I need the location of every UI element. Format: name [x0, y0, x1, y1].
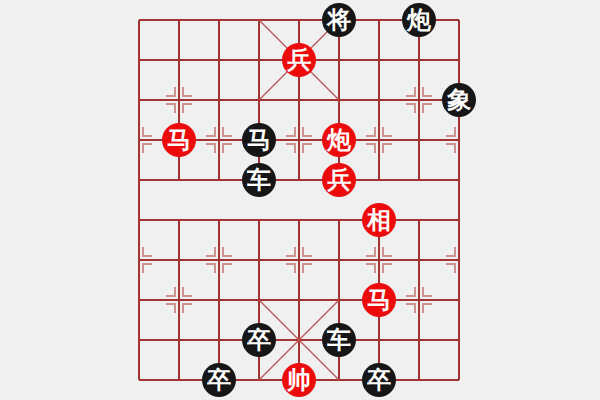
- red-horse-piece[interactable]: 马: [362, 283, 396, 317]
- black-cannon-piece[interactable]: 炮: [402, 3, 436, 37]
- red-soldier-piece[interactable]: 兵: [282, 43, 316, 77]
- black-soldier-piece[interactable]: 卒: [362, 363, 396, 397]
- black-soldier-piece[interactable]: 卒: [242, 323, 276, 357]
- red-cannon-piece[interactable]: 炮: [322, 123, 356, 157]
- black-chariot-piece[interactable]: 车: [242, 163, 276, 197]
- black-elephant-piece[interactable]: 象: [442, 83, 476, 117]
- red-soldier-piece[interactable]: 兵: [322, 163, 356, 197]
- black-horse-piece[interactable]: 马: [242, 123, 276, 157]
- red-horse-piece[interactable]: 马: [162, 123, 196, 157]
- black-soldier-piece[interactable]: 卒: [202, 363, 236, 397]
- red-general-piece[interactable]: 帅: [282, 363, 316, 397]
- black-chariot-piece[interactable]: 车: [322, 323, 356, 357]
- red-elephant-piece[interactable]: 相: [362, 203, 396, 237]
- black-general-piece[interactable]: 将: [322, 3, 356, 37]
- xiangqi-diagram: 将炮兵象马马炮车兵相马卒车卒帅卒: [0, 0, 600, 400]
- xiangqi-board-grid[interactable]: 将炮兵象马马炮车兵相马卒车卒帅卒: [119, 0, 479, 400]
